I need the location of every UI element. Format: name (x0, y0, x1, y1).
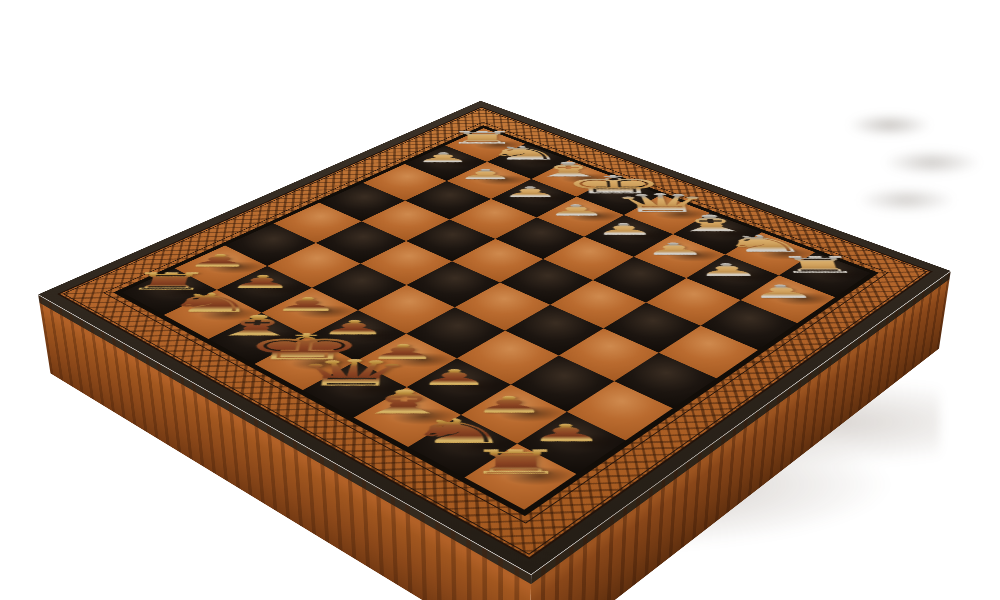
chess-case: ♜♞♝♚♛♝♞♜♟♟♟♟♟♟♟♟♟♟♟♟♟♟♟♟♜♞♝♚♛♝♞♜ (38, 101, 950, 575)
perspective-stage: ♜♞♝♚♛♝♞♜♟♟♟♟♟♟♟♟♟♟♟♟♟♟♟♟♜♞♝♚♛♝♞♜ (0, 0, 1000, 600)
gold-pawn-piece[interactable]: ♟ (143, 252, 295, 269)
gold-rook-piece[interactable]: ♜ (426, 446, 607, 479)
board-surface: ♜♞♝♚♛♝♞♜♟♟♟♟♟♟♟♟♟♟♟♟♟♟♟♟♜♞♝♚♛♝♞♜ (38, 101, 951, 575)
product-photo-canvas: ♜♞♝♚♛♝♞♜♟♟♟♟♟♟♟♟♟♟♟♟♟♟♟♟♜♞♝♚♛♝♞♜ (0, 0, 1000, 600)
